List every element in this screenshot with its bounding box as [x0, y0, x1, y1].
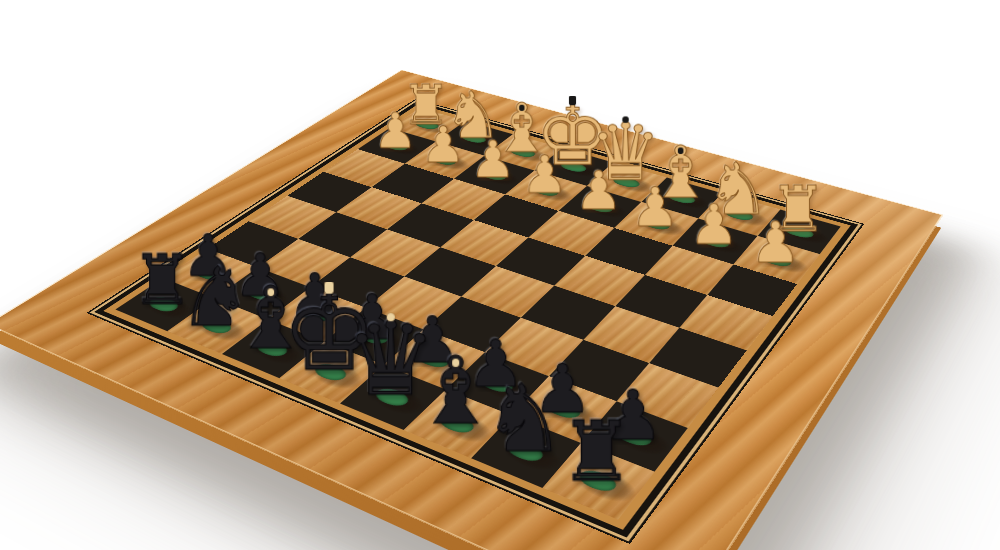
- pawn-glyph: ♟: [373, 107, 417, 153]
- chess-board: ♜♞♝♚♛♝♞♜♟♟♟♟♟♟♟♟♟♟♟♟♟♟♟♟♜♞♝♚♛♝♞♜: [0, 70, 941, 550]
- pawn-glyph: ♟: [750, 215, 801, 269]
- knight-glyph: ♞: [483, 375, 566, 463]
- square-b3[interactable]: [645, 246, 733, 295]
- pawn-glyph: ♟: [575, 165, 623, 215]
- rook-glyph: ♜: [559, 414, 633, 493]
- product-photo-stage: ♜♞♝♚♛♝♞♜♟♟♟♟♟♟♟♟♟♟♟♟♟♟♟♟♜♞♝♚♛♝♞♜: [0, 0, 1000, 550]
- pawn-glyph: ♟: [631, 181, 680, 232]
- pawn-glyph: ♟: [470, 135, 516, 183]
- playing-field: ♜♞♝♚♛♝♞♜♟♟♟♟♟♟♟♟♟♟♟♟♟♟♟♟♜♞♝♚♛♝♞♜: [115, 108, 840, 520]
- chessboard-scene: ♜♞♝♚♛♝♞♜♟♟♟♟♟♟♟♟♟♟♟♟♟♟♟♟♜♞♝♚♛♝♞♜: [150, 0, 842, 550]
- pawn-glyph: ♟: [689, 198, 739, 251]
- pawn-glyph: ♟: [521, 150, 568, 199]
- board-grid: ♜♞♝♚♛♝♞♜♟♟♟♟♟♟♟♟♟♟♟♟♟♟♟♟♜♞♝♚♛♝♞♜: [115, 108, 840, 520]
- board-frame: ♜♞♝♚♛♝♞♜♟♟♟♟♟♟♟♟♟♟♟♟♟♟♟♟♜♞♝♚♛♝♞♜: [0, 70, 941, 550]
- pawn-glyph: ♟: [421, 121, 466, 168]
- square-a8[interactable]: ♜: [543, 443, 655, 520]
